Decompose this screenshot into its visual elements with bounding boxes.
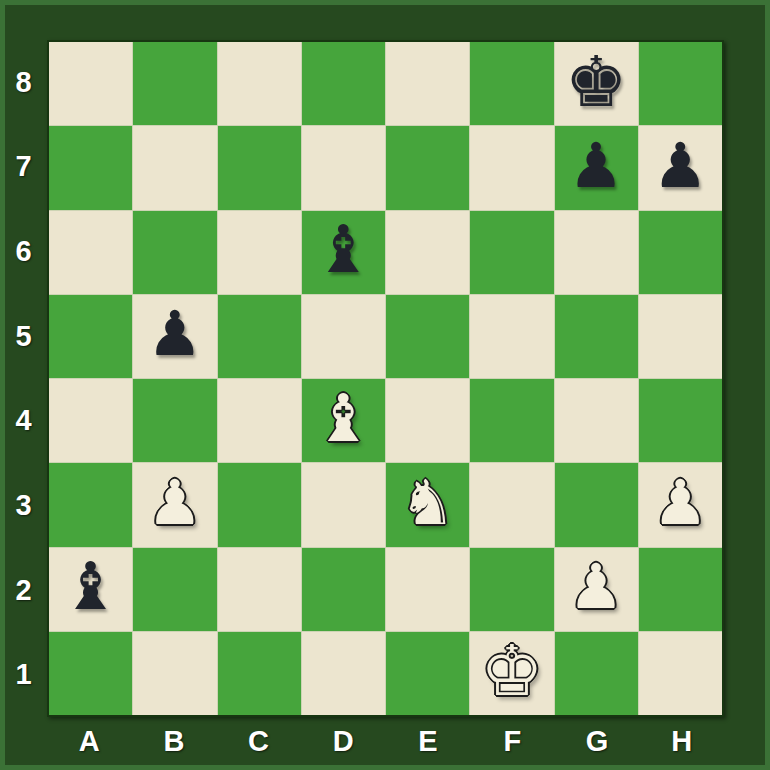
file-label-b: B [132,717,217,765]
square-b6[interactable] [133,211,216,294]
file-label-e: E [386,717,471,765]
square-f4[interactable] [470,379,553,462]
black-bishop-a2[interactable]: ♝ [61,554,120,620]
file-labels: ABCDEFGH [47,717,724,765]
square-h7[interactable]: ♟ [639,126,722,209]
rank-label-8: 8 [0,40,47,125]
square-c8[interactable] [218,42,301,125]
square-d3[interactable] [302,463,385,546]
square-f7[interactable] [470,126,553,209]
square-g2[interactable]: ♟ [555,548,638,631]
square-e8[interactable] [386,42,469,125]
black-pawn-h7[interactable]: ♟ [653,135,709,197]
square-a4[interactable] [49,379,132,462]
chess-board: ♚♟♟♝♟♝♟♞♟♝♟♚ [47,40,724,717]
rank-labels: 87654321 [0,40,47,717]
square-b3[interactable]: ♟ [133,463,216,546]
square-a1[interactable] [49,632,132,715]
black-bishop-d6[interactable]: ♝ [314,217,373,283]
black-king-g8[interactable]: ♚ [565,47,628,117]
square-h2[interactable] [639,548,722,631]
square-d4[interactable]: ♝ [302,379,385,462]
rank-label-5: 5 [0,294,47,379]
white-bishop-d4[interactable]: ♝ [314,386,373,452]
white-king-f1[interactable]: ♚ [480,636,543,706]
square-h4[interactable] [639,379,722,462]
square-e4[interactable] [386,379,469,462]
square-e3[interactable]: ♞ [386,463,469,546]
square-g8[interactable]: ♚ [555,42,638,125]
rank-label-2: 2 [0,548,47,633]
white-pawn-b3[interactable]: ♟ [147,472,203,534]
square-a2[interactable]: ♝ [49,548,132,631]
square-c2[interactable] [218,548,301,631]
square-d1[interactable] [302,632,385,715]
rank-label-6: 6 [0,209,47,294]
square-a7[interactable] [49,126,132,209]
square-d6[interactable]: ♝ [302,211,385,294]
square-h1[interactable] [639,632,722,715]
square-g4[interactable] [555,379,638,462]
square-b2[interactable] [133,548,216,631]
square-h5[interactable] [639,295,722,378]
square-d5[interactable] [302,295,385,378]
square-b5[interactable]: ♟ [133,295,216,378]
square-b8[interactable] [133,42,216,125]
rank-label-3: 3 [0,463,47,548]
square-f3[interactable] [470,463,553,546]
square-f2[interactable] [470,548,553,631]
square-a6[interactable] [49,211,132,294]
rank-label-7: 7 [0,125,47,210]
square-e6[interactable] [386,211,469,294]
square-c7[interactable] [218,126,301,209]
square-g5[interactable] [555,295,638,378]
square-a8[interactable] [49,42,132,125]
file-label-h: H [639,717,724,765]
file-label-f: F [470,717,555,765]
chessboard-app: 87654321 ♚♟♟♝♟♝♟♞♟♝♟♚ ABCDEFGH [0,0,770,770]
file-label-g: G [555,717,640,765]
square-e2[interactable] [386,548,469,631]
square-b4[interactable] [133,379,216,462]
file-label-c: C [216,717,301,765]
square-d2[interactable] [302,548,385,631]
black-pawn-g7[interactable]: ♟ [568,135,624,197]
square-f8[interactable] [470,42,553,125]
square-g6[interactable] [555,211,638,294]
square-g7[interactable]: ♟ [555,126,638,209]
square-f1[interactable]: ♚ [470,632,553,715]
square-e5[interactable] [386,295,469,378]
square-c5[interactable] [218,295,301,378]
square-g1[interactable] [555,632,638,715]
square-b1[interactable] [133,632,216,715]
white-pawn-h3[interactable]: ♟ [653,472,709,534]
square-c4[interactable] [218,379,301,462]
white-knight-e3[interactable]: ♞ [400,472,456,534]
file-label-d: D [301,717,386,765]
square-c6[interactable] [218,211,301,294]
square-d7[interactable] [302,126,385,209]
square-h8[interactable] [639,42,722,125]
square-e1[interactable] [386,632,469,715]
file-label-a: A [47,717,132,765]
square-c3[interactable] [218,463,301,546]
square-h6[interactable] [639,211,722,294]
square-d8[interactable] [302,42,385,125]
square-g3[interactable] [555,463,638,546]
square-h3[interactable]: ♟ [639,463,722,546]
square-c1[interactable] [218,632,301,715]
black-pawn-b5[interactable]: ♟ [147,303,203,365]
square-f5[interactable] [470,295,553,378]
square-e7[interactable] [386,126,469,209]
rank-label-1: 1 [0,632,47,717]
square-f6[interactable] [470,211,553,294]
white-pawn-g2[interactable]: ♟ [568,556,624,618]
square-a3[interactable] [49,463,132,546]
square-a5[interactable] [49,295,132,378]
square-b7[interactable] [133,126,216,209]
rank-label-4: 4 [0,379,47,464]
